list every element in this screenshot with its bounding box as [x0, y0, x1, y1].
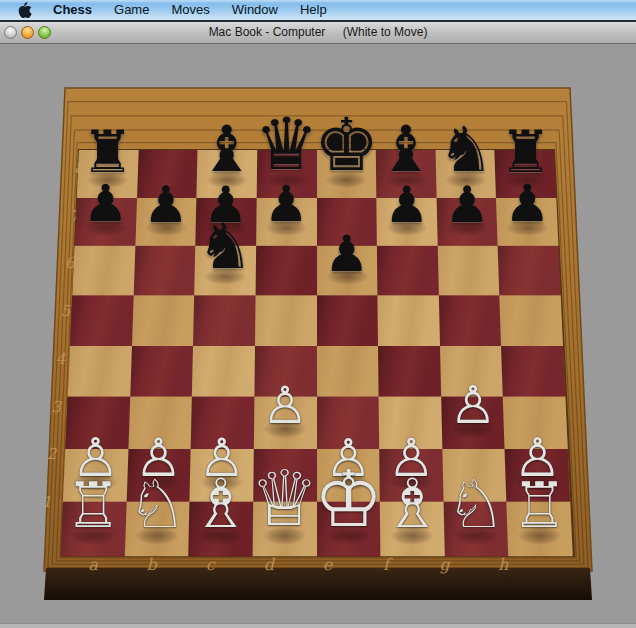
square-g7[interactable]: [436, 198, 498, 246]
file-label-b: b: [146, 555, 157, 574]
square-d8[interactable]: [257, 150, 317, 198]
menu-item-help[interactable]: Help: [289, 0, 338, 20]
rank-label-4: 4: [56, 350, 66, 368]
square-a1[interactable]: [60, 502, 126, 556]
square-e5[interactable]: [317, 295, 379, 345]
square-h4[interactable]: [501, 346, 565, 397]
square-a6[interactable]: [72, 246, 135, 295]
square-h3[interactable]: [503, 397, 568, 449]
window-bottom-edge: [0, 623, 636, 628]
square-a3[interactable]: [65, 397, 130, 449]
square-f5[interactable]: [378, 295, 440, 345]
square-g4[interactable]: [440, 346, 503, 397]
square-a5[interactable]: [70, 295, 133, 345]
square-f1[interactable]: [380, 502, 445, 556]
rank-label-2: 2: [47, 445, 58, 463]
square-g3[interactable]: [441, 397, 505, 449]
rank-label-5: 5: [60, 302, 71, 320]
square-b4[interactable]: [130, 346, 193, 397]
menu-bar: Chess Game Moves Window Help: [0, 0, 636, 22]
square-b6[interactable]: [133, 246, 195, 295]
square-c8[interactable]: [197, 150, 257, 198]
square-f6[interactable]: [377, 246, 439, 295]
square-f3[interactable]: [379, 397, 442, 449]
file-label-h: h: [498, 555, 509, 574]
square-h5[interactable]: [500, 295, 563, 345]
square-h2[interactable]: [505, 449, 570, 502]
rank-label-1: 1: [42, 493, 52, 511]
game-title-text: Mac Book - Computer: [209, 25, 326, 39]
apple-logo-icon[interactable]: [18, 2, 32, 18]
square-b8[interactable]: [137, 150, 198, 198]
square-b3[interactable]: [128, 397, 192, 449]
square-b2[interactable]: [126, 449, 191, 502]
square-e7[interactable]: [317, 198, 377, 246]
square-c7[interactable]: [196, 198, 257, 246]
square-g1[interactable]: [443, 502, 508, 556]
square-e6[interactable]: [317, 246, 378, 295]
square-e1[interactable]: [317, 502, 381, 556]
file-label-a: a: [88, 555, 98, 574]
square-b1[interactable]: [124, 502, 189, 556]
square-a8[interactable]: [77, 150, 139, 198]
menu-item-moves[interactable]: Moves: [160, 0, 220, 20]
square-e3[interactable]: [317, 397, 380, 449]
square-h8[interactable]: [495, 150, 557, 198]
square-h7[interactable]: [496, 198, 558, 246]
square-d6[interactable]: [255, 246, 316, 295]
title-bar[interactable]: Mac Book - Computer (White to Move): [0, 22, 636, 44]
square-f2[interactable]: [379, 449, 443, 502]
rank-label-3: 3: [51, 398, 62, 416]
square-c6[interactable]: [194, 246, 256, 295]
square-d3[interactable]: [254, 397, 317, 449]
square-c3[interactable]: [191, 397, 254, 449]
turn-status-text: (White to Move): [343, 25, 428, 39]
square-h1[interactable]: [507, 502, 573, 556]
menu-item-game[interactable]: Game: [103, 0, 160, 20]
square-a2[interactable]: [63, 449, 128, 502]
square-g5[interactable]: [439, 295, 502, 345]
file-label-e: e: [323, 555, 334, 574]
square-e2[interactable]: [317, 449, 380, 502]
square-g8[interactable]: [435, 150, 496, 198]
square-e8[interactable]: [317, 150, 377, 198]
square-b5[interactable]: [132, 295, 195, 345]
square-d2[interactable]: [253, 449, 316, 502]
file-label-c: c: [206, 555, 216, 574]
square-e4[interactable]: [317, 346, 379, 397]
square-d1[interactable]: [252, 502, 316, 556]
window-title: Mac Book - Computer (White to Move): [0, 22, 636, 43]
square-c1[interactable]: [188, 502, 253, 556]
menu-item-window[interactable]: Window: [221, 0, 289, 20]
square-f4[interactable]: [378, 346, 441, 397]
square-a7[interactable]: [75, 198, 137, 246]
square-g6[interactable]: [437, 246, 499, 295]
chess-scene: 87654321abcdefgh ♜♝♛♚♝♞♜♟♟♟♟♟♟♟♞♟♙♙♙♙♙♙♙…: [0, 44, 636, 628]
square-g2[interactable]: [442, 449, 507, 502]
square-c4[interactable]: [192, 346, 255, 397]
square-d5[interactable]: [255, 295, 317, 345]
square-f8[interactable]: [376, 150, 436, 198]
square-c5[interactable]: [193, 295, 255, 345]
file-label-d: d: [264, 555, 276, 574]
square-a4[interactable]: [68, 346, 132, 397]
file-label-g: g: [439, 555, 451, 574]
square-b7[interactable]: [135, 198, 197, 246]
chess-board-grid: [60, 150, 572, 556]
square-c2[interactable]: [190, 449, 254, 502]
square-h6[interactable]: [498, 246, 561, 295]
square-f7[interactable]: [376, 198, 437, 246]
square-d7[interactable]: [256, 198, 316, 246]
square-d4[interactable]: [254, 346, 316, 397]
menu-item-chess[interactable]: Chess: [42, 0, 103, 20]
